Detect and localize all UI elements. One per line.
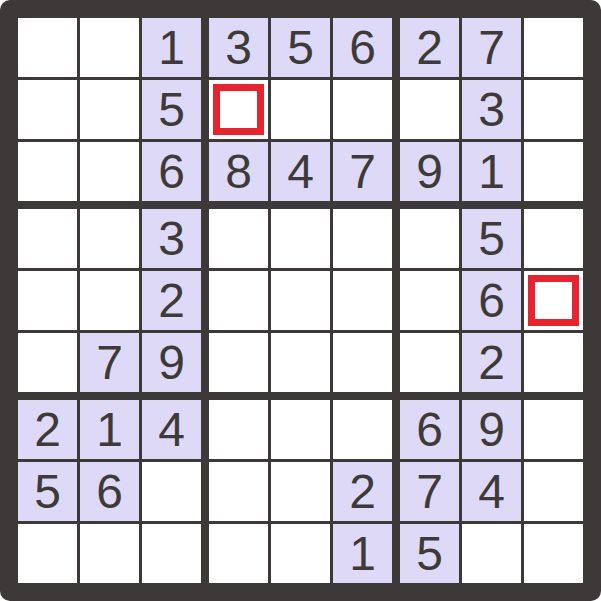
- cell-r9c4[interactable]: [209, 524, 268, 583]
- cell-r4c9[interactable]: [524, 209, 583, 268]
- cell-r8c4[interactable]: [209, 462, 268, 521]
- sudoku-grid: 156356847273913279562214562169745: [18, 18, 583, 583]
- cell-r9c8[interactable]: [462, 524, 521, 583]
- highlight-frame: [528, 275, 579, 326]
- cell-r8c2[interactable]: 6: [80, 462, 139, 521]
- cell-r3c3[interactable]: 6: [142, 142, 201, 201]
- cell-r4c3[interactable]: 3: [142, 209, 201, 268]
- cell-r5c4[interactable]: [209, 271, 268, 330]
- sudoku-box-7: 21456: [18, 400, 201, 583]
- cell-r4c4[interactable]: [209, 209, 268, 268]
- cell-r6c6[interactable]: [333, 333, 392, 392]
- cell-r2c6[interactable]: [333, 80, 392, 139]
- sudoku-box-6: 562: [400, 209, 583, 392]
- cell-r6c5[interactable]: [271, 333, 330, 392]
- cell-r5c7[interactable]: [400, 271, 459, 330]
- cell-r4c1[interactable]: [18, 209, 77, 268]
- cell-r8c5[interactable]: [271, 462, 330, 521]
- cell-r8c1[interactable]: 5: [18, 462, 77, 521]
- sudoku-box-3: 27391: [400, 18, 583, 201]
- cell-r6c3[interactable]: 9: [142, 333, 201, 392]
- cell-r5c2[interactable]: [80, 271, 139, 330]
- cell-r9c5[interactable]: [271, 524, 330, 583]
- cell-r2c7[interactable]: [400, 80, 459, 139]
- cell-r8c6[interactable]: 2: [333, 462, 392, 521]
- cell-r4c5[interactable]: [271, 209, 330, 268]
- cell-r3c2[interactable]: [80, 142, 139, 201]
- cell-r7c1[interactable]: 2: [18, 400, 77, 459]
- cell-r6c7[interactable]: [400, 333, 459, 392]
- cell-r4c6[interactable]: [333, 209, 392, 268]
- sudoku-box-5: [209, 209, 392, 392]
- cell-r3c1[interactable]: [18, 142, 77, 201]
- cell-r1c8[interactable]: 7: [462, 18, 521, 77]
- cell-r6c4[interactable]: [209, 333, 268, 392]
- cell-r4c7[interactable]: [400, 209, 459, 268]
- sudoku-box-2: 356847: [209, 18, 392, 201]
- sudoku-box-8: 21: [209, 400, 392, 583]
- cell-r6c9[interactable]: [524, 333, 583, 392]
- cell-r2c5[interactable]: [271, 80, 330, 139]
- cell-r9c7[interactable]: 5: [400, 524, 459, 583]
- cell-r7c8[interactable]: 9: [462, 400, 521, 459]
- cell-r2c8[interactable]: 3: [462, 80, 521, 139]
- cell-r6c8[interactable]: 2: [462, 333, 521, 392]
- cell-r1c2[interactable]: [80, 18, 139, 77]
- cell-r3c5[interactable]: 4: [271, 142, 330, 201]
- cell-r9c9[interactable]: [524, 524, 583, 583]
- cell-r4c8[interactable]: 5: [462, 209, 521, 268]
- cell-r1c4[interactable]: 3: [209, 18, 268, 77]
- cell-r9c1[interactable]: [18, 524, 77, 583]
- cell-r7c7[interactable]: 6: [400, 400, 459, 459]
- cell-r5c6[interactable]: [333, 271, 392, 330]
- cell-r7c9[interactable]: [524, 400, 583, 459]
- cell-r2c9[interactable]: [524, 80, 583, 139]
- cell-r5c3[interactable]: 2: [142, 271, 201, 330]
- cell-r1c5[interactable]: 5: [271, 18, 330, 77]
- cell-r3c8[interactable]: 1: [462, 142, 521, 201]
- cell-r1c9[interactable]: [524, 18, 583, 77]
- cell-r5c8[interactable]: 6: [462, 271, 521, 330]
- cell-r1c1[interactable]: [18, 18, 77, 77]
- cell-r3c7[interactable]: 9: [400, 142, 459, 201]
- cell-r3c9[interactable]: [524, 142, 583, 201]
- cell-r7c5[interactable]: [271, 400, 330, 459]
- cell-r6c2[interactable]: 7: [80, 333, 139, 392]
- cell-r1c3[interactable]: 1: [142, 18, 201, 77]
- sudoku-box-9: 69745: [400, 400, 583, 583]
- cell-r5c1[interactable]: [18, 271, 77, 330]
- highlight-frame: [213, 84, 264, 135]
- cell-r2c3[interactable]: 5: [142, 80, 201, 139]
- sudoku-box-4: 3279: [18, 209, 201, 392]
- cell-r3c4[interactable]: 8: [209, 142, 268, 201]
- cell-r1c7[interactable]: 2: [400, 18, 459, 77]
- cell-r8c3[interactable]: [142, 462, 201, 521]
- sudoku-board: 156356847273913279562214562169745: [0, 0, 601, 601]
- cell-r5c5[interactable]: [271, 271, 330, 330]
- cell-r7c3[interactable]: 4: [142, 400, 201, 459]
- cell-r2c4[interactable]: [209, 80, 268, 139]
- cell-r7c6[interactable]: [333, 400, 392, 459]
- cell-r1c6[interactable]: 6: [333, 18, 392, 77]
- cell-r7c2[interactable]: 1: [80, 400, 139, 459]
- cell-r9c3[interactable]: [142, 524, 201, 583]
- cell-r5c9[interactable]: [524, 271, 583, 330]
- cell-r6c1[interactable]: [18, 333, 77, 392]
- cell-r3c6[interactable]: 7: [333, 142, 392, 201]
- cell-r2c1[interactable]: [18, 80, 77, 139]
- cell-r9c2[interactable]: [80, 524, 139, 583]
- cell-r9c6[interactable]: 1: [333, 524, 392, 583]
- cell-r7c4[interactable]: [209, 400, 268, 459]
- cell-r8c7[interactable]: 7: [400, 462, 459, 521]
- sudoku-box-1: 156: [18, 18, 201, 201]
- cell-r2c2[interactable]: [80, 80, 139, 139]
- cell-r4c2[interactable]: [80, 209, 139, 268]
- cell-r8c8[interactable]: 4: [462, 462, 521, 521]
- cell-r8c9[interactable]: [524, 462, 583, 521]
